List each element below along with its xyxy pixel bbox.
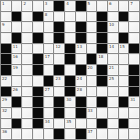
white-cell[interactable]	[119, 76, 129, 86]
white-cell[interactable]: 36	[1, 129, 11, 139]
clue-number: 28	[77, 87, 82, 92]
white-cell[interactable]	[129, 54, 139, 64]
white-cell[interactable]	[1, 119, 11, 129]
white-cell[interactable]	[108, 54, 118, 64]
white-cell[interactable]	[54, 87, 64, 97]
white-cell[interactable]: 19	[12, 65, 22, 75]
black-cell	[97, 97, 107, 107]
white-cell[interactable]	[65, 12, 75, 22]
white-cell[interactable]	[65, 108, 75, 118]
white-cell[interactable]: 25	[108, 76, 118, 86]
white-cell[interactable]: 6	[108, 1, 118, 11]
white-cell[interactable]: 28	[76, 87, 86, 97]
white-cell[interactable]: 11	[12, 44, 22, 54]
black-cell	[97, 33, 107, 43]
black-cell	[54, 22, 64, 32]
clue-number: 36	[2, 129, 7, 134]
clue-number: 30	[66, 97, 71, 102]
white-cell[interactable]	[65, 65, 75, 75]
clue-number: 35	[66, 119, 71, 124]
white-cell[interactable]: 37	[87, 129, 97, 139]
black-cell	[97, 76, 107, 86]
white-cell[interactable]	[44, 22, 54, 32]
white-cell[interactable]: 1	[1, 1, 11, 11]
crossword-grid: 1234567891011121314151617181920212223242…	[0, 0, 140, 140]
white-cell[interactable]: 18	[97, 54, 107, 64]
white-cell[interactable]: 12	[54, 44, 64, 54]
black-cell	[1, 65, 11, 75]
black-cell	[1, 87, 11, 97]
black-cell	[76, 129, 86, 139]
clue-number: 22	[2, 76, 7, 81]
black-cell	[129, 44, 139, 54]
white-cell[interactable]	[65, 33, 75, 43]
white-cell[interactable]	[108, 12, 118, 22]
white-cell[interactable]: 35	[65, 119, 75, 129]
white-cell[interactable]	[87, 33, 97, 43]
white-cell[interactable]	[119, 54, 129, 64]
white-cell[interactable]	[108, 33, 118, 43]
white-cell[interactable]	[87, 76, 97, 86]
white-cell[interactable]	[65, 22, 75, 32]
clue-number: 23	[55, 76, 60, 81]
clue-number: 16	[13, 54, 18, 59]
white-cell[interactable]	[97, 129, 107, 139]
clue-number: 15	[120, 44, 125, 49]
clue-number: 4	[66, 1, 69, 6]
black-cell	[119, 119, 129, 129]
white-cell[interactable]: 16	[12, 54, 22, 64]
clue-number: 5	[88, 1, 91, 6]
white-cell[interactable]	[33, 44, 43, 54]
white-cell[interactable]	[108, 87, 118, 97]
white-cell[interactable]: 24	[76, 76, 86, 86]
clue-number: 33	[88, 108, 93, 113]
white-cell[interactable]	[12, 129, 22, 139]
black-cell	[97, 44, 107, 54]
white-cell[interactable]: 21	[108, 65, 118, 75]
white-cell[interactable]	[76, 12, 86, 22]
clue-number: 7	[130, 1, 133, 6]
white-cell[interactable]: 8	[44, 12, 54, 22]
white-cell[interactable]: 15	[119, 44, 129, 54]
black-cell	[1, 54, 11, 64]
white-cell[interactable]	[44, 44, 54, 54]
white-cell[interactable]	[76, 54, 86, 64]
white-cell[interactable]	[119, 65, 129, 75]
white-cell[interactable]	[129, 108, 139, 118]
black-cell	[76, 33, 86, 43]
white-cell[interactable]	[87, 119, 97, 129]
white-cell[interactable]	[97, 108, 107, 118]
white-cell[interactable]	[22, 108, 32, 118]
black-cell	[33, 12, 43, 22]
white-cell[interactable]: 20	[87, 65, 97, 75]
black-cell	[33, 65, 43, 75]
clue-number: 27	[45, 87, 50, 92]
black-cell	[54, 33, 64, 43]
white-cell[interactable]	[87, 87, 97, 97]
white-cell[interactable]	[33, 1, 43, 11]
white-cell[interactable]	[129, 12, 139, 22]
white-cell[interactable]: 9	[1, 22, 11, 32]
white-cell[interactable]	[22, 33, 32, 43]
black-cell	[54, 65, 64, 75]
white-cell[interactable]	[22, 12, 32, 22]
black-cell	[33, 33, 43, 43]
white-cell[interactable]	[54, 12, 64, 22]
black-cell	[119, 12, 129, 22]
white-cell[interactable]	[119, 1, 129, 11]
clue-number: 17	[45, 54, 50, 59]
white-cell[interactable]	[119, 87, 129, 97]
white-cell[interactable]	[22, 97, 32, 107]
white-cell[interactable]	[76, 119, 86, 129]
clue-number: 37	[88, 129, 93, 134]
white-cell[interactable]: 5	[87, 1, 97, 11]
black-cell	[44, 76, 54, 86]
white-cell[interactable]	[129, 22, 139, 32]
clue-number: 6	[109, 1, 112, 6]
white-cell[interactable]	[129, 33, 139, 43]
black-cell	[65, 44, 75, 54]
black-cell	[97, 119, 107, 129]
black-cell	[54, 1, 64, 11]
clue-number: 29	[2, 97, 7, 102]
clue-number: 18	[98, 54, 103, 59]
white-cell[interactable]	[22, 44, 32, 54]
white-cell[interactable]	[119, 129, 129, 139]
clue-number: 24	[77, 76, 82, 81]
clue-number: 14	[109, 44, 114, 49]
white-cell[interactable]: 17	[44, 54, 54, 64]
white-cell[interactable]	[12, 1, 22, 11]
white-cell[interactable]	[22, 22, 32, 32]
black-cell	[12, 97, 22, 107]
white-cell[interactable]	[87, 12, 97, 22]
clue-number: 11	[13, 44, 18, 49]
white-cell[interactable]	[87, 97, 97, 107]
black-cell	[33, 54, 43, 64]
white-cell[interactable]	[119, 108, 129, 118]
black-cell	[76, 97, 86, 107]
black-cell	[76, 22, 86, 32]
black-cell	[119, 33, 129, 43]
black-cell	[129, 76, 139, 86]
white-cell[interactable]: 3	[44, 1, 54, 11]
white-cell[interactable]: 26	[12, 87, 22, 97]
white-cell[interactable]: 23	[54, 76, 64, 86]
black-cell	[87, 54, 97, 64]
white-cell[interactable]	[33, 76, 43, 86]
black-cell	[119, 97, 129, 107]
white-cell[interactable]: 4	[65, 1, 75, 11]
black-cell	[76, 65, 86, 75]
white-cell[interactable]	[22, 65, 32, 75]
white-cell[interactable]: 32	[1, 108, 11, 118]
clue-number: 32	[2, 108, 7, 113]
black-cell	[54, 108, 64, 118]
clue-number: 8	[45, 12, 48, 17]
white-cell[interactable]	[44, 97, 54, 107]
white-cell[interactable]: 34	[44, 119, 54, 129]
black-cell	[65, 76, 75, 86]
white-cell[interactable]	[22, 76, 32, 86]
clue-number: 19	[13, 65, 18, 70]
white-cell[interactable]: 22	[1, 76, 11, 86]
white-cell[interactable]	[1, 33, 11, 43]
clue-number: 13	[77, 44, 82, 49]
white-cell[interactable]	[54, 119, 64, 129]
black-cell	[12, 12, 22, 22]
white-cell[interactable]	[12, 22, 22, 32]
clue-number: 25	[109, 76, 114, 81]
black-cell	[33, 87, 43, 97]
white-cell[interactable]	[22, 119, 32, 129]
white-cell[interactable]: 14	[108, 44, 118, 54]
white-cell[interactable]	[44, 33, 54, 43]
black-cell	[12, 119, 22, 129]
clue-number: 12	[55, 44, 60, 49]
black-cell	[97, 12, 107, 22]
white-cell[interactable]	[33, 129, 43, 139]
black-cell	[76, 108, 86, 118]
white-cell[interactable]: 10	[108, 22, 118, 32]
white-cell[interactable]: 33	[87, 108, 97, 118]
white-cell[interactable]	[87, 44, 97, 54]
white-cell[interactable]	[12, 108, 22, 118]
clue-number: 31	[130, 97, 135, 102]
black-cell	[33, 119, 43, 129]
black-cell	[129, 87, 139, 97]
white-cell[interactable]	[108, 119, 118, 129]
white-cell[interactable]	[54, 54, 64, 64]
clue-number: 34	[45, 119, 50, 124]
white-cell[interactable]	[22, 54, 32, 64]
clue-number: 10	[109, 22, 114, 27]
black-cell	[33, 108, 43, 118]
white-cell[interactable]	[97, 1, 107, 11]
white-cell[interactable]	[129, 119, 139, 129]
white-cell[interactable]	[108, 129, 118, 139]
black-cell	[76, 1, 86, 11]
clue-number: 20	[88, 65, 93, 70]
white-cell[interactable]: 29	[1, 97, 11, 107]
white-cell[interactable]	[22, 87, 32, 97]
white-cell[interactable]: 30	[65, 97, 75, 107]
clue-number: 1	[2, 1, 5, 6]
white-cell[interactable]	[12, 76, 22, 86]
white-cell[interactable]	[65, 129, 75, 139]
white-cell[interactable]	[33, 22, 43, 32]
white-cell[interactable]	[108, 97, 118, 107]
black-cell	[97, 22, 107, 32]
white-cell[interactable]: 2	[22, 1, 32, 11]
black-cell	[65, 87, 75, 97]
black-cell	[54, 97, 64, 107]
clue-number: 3	[45, 1, 48, 6]
black-cell	[129, 65, 139, 75]
black-cell	[97, 65, 107, 75]
white-cell[interactable]	[44, 129, 54, 139]
white-cell[interactable]: 31	[129, 97, 139, 107]
clue-number: 9	[2, 22, 5, 27]
black-cell	[1, 44, 11, 54]
black-cell	[54, 129, 64, 139]
white-cell[interactable]	[108, 108, 118, 118]
clue-number: 2	[23, 1, 26, 6]
black-cell	[12, 33, 22, 43]
white-cell[interactable]	[22, 129, 32, 139]
white-cell[interactable]	[44, 65, 54, 75]
white-cell[interactable]: 7	[129, 1, 139, 11]
white-cell[interactable]	[44, 108, 54, 118]
white-cell[interactable]	[119, 22, 129, 32]
white-cell[interactable]	[1, 12, 11, 22]
white-cell[interactable]: 27	[44, 87, 54, 97]
clue-number: 21	[109, 65, 114, 70]
white-cell[interactable]: 13	[76, 44, 86, 54]
white-cell[interactable]	[129, 129, 139, 139]
white-cell[interactable]	[87, 22, 97, 32]
black-cell	[33, 97, 43, 107]
clue-number: 26	[13, 87, 18, 92]
white-cell[interactable]	[97, 87, 107, 97]
black-cell	[65, 54, 75, 64]
